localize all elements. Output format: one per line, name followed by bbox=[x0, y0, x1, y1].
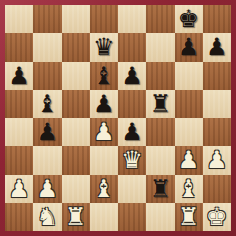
piece-black-pawn[interactable]: ♟ bbox=[8, 62, 30, 90]
chess-board: ♚♛♟♟♟♝♟♝♟♜♟♟♟♛♟♟♟♟♝♜♝♞♜♜♚ bbox=[5, 5, 231, 231]
square-c3[interactable] bbox=[62, 146, 90, 174]
piece-black-bishop[interactable]: ♝ bbox=[37, 90, 59, 118]
piece-white-pawn[interactable]: ♟ bbox=[37, 175, 59, 203]
square-g8[interactable]: ♚ bbox=[175, 5, 203, 33]
square-f6[interactable] bbox=[146, 62, 174, 90]
square-e7[interactable] bbox=[118, 33, 146, 61]
piece-white-pawn[interactable]: ♟ bbox=[8, 175, 30, 203]
square-g4[interactable] bbox=[175, 118, 203, 146]
square-d4[interactable]: ♟ bbox=[90, 118, 118, 146]
square-e8[interactable] bbox=[118, 5, 146, 33]
square-e2[interactable] bbox=[118, 175, 146, 203]
square-a6[interactable]: ♟ bbox=[5, 62, 33, 90]
square-f8[interactable] bbox=[146, 5, 174, 33]
square-b1[interactable]: ♞ bbox=[33, 203, 61, 231]
square-b4[interactable]: ♟ bbox=[33, 118, 61, 146]
square-g6[interactable] bbox=[175, 62, 203, 90]
piece-white-bishop[interactable]: ♝ bbox=[178, 175, 200, 203]
piece-black-pawn[interactable]: ♟ bbox=[206, 33, 228, 61]
square-h5[interactable] bbox=[203, 90, 231, 118]
square-b2[interactable]: ♟ bbox=[33, 175, 61, 203]
square-b3[interactable] bbox=[33, 146, 61, 174]
square-d2[interactable]: ♝ bbox=[90, 175, 118, 203]
square-b8[interactable] bbox=[33, 5, 61, 33]
square-f2[interactable]: ♜ bbox=[146, 175, 174, 203]
square-a7[interactable] bbox=[5, 33, 33, 61]
square-d3[interactable] bbox=[90, 146, 118, 174]
square-g2[interactable]: ♝ bbox=[175, 175, 203, 203]
piece-white-rook[interactable]: ♜ bbox=[65, 203, 87, 231]
board-frame: ♚♛♟♟♟♝♟♝♟♜♟♟♟♛♟♟♟♟♝♜♝♞♜♜♚ bbox=[0, 0, 236, 236]
piece-white-pawn[interactable]: ♟ bbox=[206, 146, 228, 174]
square-c5[interactable] bbox=[62, 90, 90, 118]
square-d7[interactable]: ♛ bbox=[90, 33, 118, 61]
square-g5[interactable] bbox=[175, 90, 203, 118]
square-c4[interactable] bbox=[62, 118, 90, 146]
piece-white-king[interactable]: ♚ bbox=[206, 203, 228, 231]
piece-white-queen[interactable]: ♛ bbox=[121, 146, 143, 174]
piece-white-rook[interactable]: ♜ bbox=[178, 203, 200, 231]
square-h6[interactable] bbox=[203, 62, 231, 90]
square-e1[interactable] bbox=[118, 203, 146, 231]
square-g7[interactable]: ♟ bbox=[175, 33, 203, 61]
square-d8[interactable] bbox=[90, 5, 118, 33]
square-b7[interactable] bbox=[33, 33, 61, 61]
square-g1[interactable]: ♜ bbox=[175, 203, 203, 231]
square-c1[interactable]: ♜ bbox=[62, 203, 90, 231]
square-h3[interactable]: ♟ bbox=[203, 146, 231, 174]
square-f3[interactable] bbox=[146, 146, 174, 174]
square-a8[interactable] bbox=[5, 5, 33, 33]
square-h7[interactable]: ♟ bbox=[203, 33, 231, 61]
piece-black-pawn[interactable]: ♟ bbox=[121, 118, 143, 146]
square-e3[interactable]: ♛ bbox=[118, 146, 146, 174]
square-h4[interactable] bbox=[203, 118, 231, 146]
piece-black-pawn[interactable]: ♟ bbox=[37, 118, 59, 146]
piece-black-king[interactable]: ♚ bbox=[178, 5, 200, 33]
square-a4[interactable] bbox=[5, 118, 33, 146]
square-f7[interactable] bbox=[146, 33, 174, 61]
square-a5[interactable] bbox=[5, 90, 33, 118]
square-c2[interactable] bbox=[62, 175, 90, 203]
square-c6[interactable] bbox=[62, 62, 90, 90]
piece-white-pawn[interactable]: ♟ bbox=[178, 146, 200, 174]
square-h1[interactable]: ♚ bbox=[203, 203, 231, 231]
square-h8[interactable] bbox=[203, 5, 231, 33]
square-c7[interactable] bbox=[62, 33, 90, 61]
square-h2[interactable] bbox=[203, 175, 231, 203]
square-d1[interactable] bbox=[90, 203, 118, 231]
piece-white-bishop[interactable]: ♝ bbox=[93, 175, 115, 203]
square-a2[interactable]: ♟ bbox=[5, 175, 33, 203]
piece-white-pawn[interactable]: ♟ bbox=[93, 118, 115, 146]
square-a3[interactable] bbox=[5, 146, 33, 174]
square-f1[interactable] bbox=[146, 203, 174, 231]
piece-black-bishop[interactable]: ♝ bbox=[93, 62, 115, 90]
square-g3[interactable]: ♟ bbox=[175, 146, 203, 174]
square-e6[interactable]: ♟ bbox=[118, 62, 146, 90]
square-f5[interactable]: ♜ bbox=[146, 90, 174, 118]
square-d5[interactable]: ♟ bbox=[90, 90, 118, 118]
piece-black-pawn[interactable]: ♟ bbox=[121, 62, 143, 90]
piece-black-pawn[interactable]: ♟ bbox=[93, 90, 115, 118]
square-b5[interactable]: ♝ bbox=[33, 90, 61, 118]
square-d6[interactable]: ♝ bbox=[90, 62, 118, 90]
square-c8[interactable] bbox=[62, 5, 90, 33]
square-e4[interactable]: ♟ bbox=[118, 118, 146, 146]
piece-black-rook[interactable]: ♜ bbox=[150, 175, 172, 203]
piece-black-pawn[interactable]: ♟ bbox=[178, 33, 200, 61]
piece-black-queen[interactable]: ♛ bbox=[93, 33, 115, 61]
square-b6[interactable] bbox=[33, 62, 61, 90]
square-a1[interactable] bbox=[5, 203, 33, 231]
piece-white-knight[interactable]: ♞ bbox=[37, 203, 59, 231]
square-f4[interactable] bbox=[146, 118, 174, 146]
square-e5[interactable] bbox=[118, 90, 146, 118]
piece-black-rook[interactable]: ♜ bbox=[150, 90, 172, 118]
